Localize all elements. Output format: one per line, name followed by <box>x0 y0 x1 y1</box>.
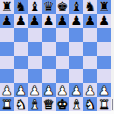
white-king-icon: ♚ <box>57 98 69 111</box>
square-f7[interactable]: ♟ <box>69 14 83 28</box>
square-f4[interactable] <box>69 56 83 70</box>
square-h1[interactable]: ♜ <box>97 97 111 111</box>
square-e4[interactable] <box>56 56 70 70</box>
black-rook-icon: ♜ <box>98 0 110 13</box>
square-f8[interactable]: ♝ <box>69 0 83 14</box>
square-d1[interactable]: ♛ <box>42 97 56 111</box>
white-bishop-icon: ♝ <box>70 98 82 111</box>
square-g2[interactable]: ♟ <box>83 83 97 97</box>
square-h3[interactable] <box>97 69 111 83</box>
square-f5[interactable] <box>69 42 83 56</box>
square-f2[interactable]: ♟ <box>69 83 83 97</box>
black-pawn-icon: ♟ <box>43 14 55 27</box>
white-bishop-icon: ♝ <box>29 98 41 111</box>
square-h6[interactable] <box>97 28 111 42</box>
square-e6[interactable] <box>56 28 70 42</box>
square-a5[interactable] <box>0 42 14 56</box>
window-edge-mark <box>112 99 113 110</box>
square-e8[interactable]: ♚ <box>56 0 70 14</box>
white-pawn-icon: ♟ <box>70 84 82 97</box>
square-f6[interactable] <box>69 28 83 42</box>
black-pawn-icon: ♟ <box>70 14 82 27</box>
square-b1[interactable]: ♞ <box>14 97 28 111</box>
square-d6[interactable] <box>42 28 56 42</box>
white-rook-icon: ♜ <box>98 98 110 111</box>
square-c5[interactable] <box>28 42 42 56</box>
square-d3[interactable] <box>42 69 56 83</box>
black-king-icon: ♚ <box>57 0 69 13</box>
white-rook-icon: ♜ <box>1 98 13 111</box>
white-queen-icon: ♛ <box>43 98 55 111</box>
black-pawn-icon: ♟ <box>84 14 96 27</box>
square-h7[interactable]: ♟ <box>97 14 111 28</box>
square-a1[interactable]: ♜ <box>0 97 14 111</box>
square-c2[interactable]: ♟ <box>28 83 42 97</box>
black-pawn-icon: ♟ <box>29 14 41 27</box>
white-pawn-icon: ♟ <box>57 84 69 97</box>
white-pawn-icon: ♟ <box>98 84 110 97</box>
black-knight-icon: ♞ <box>15 0 27 13</box>
square-a2[interactable]: ♟ <box>0 83 14 97</box>
square-d7[interactable]: ♟ <box>42 14 56 28</box>
square-g5[interactable] <box>83 42 97 56</box>
square-e3[interactable] <box>56 69 70 83</box>
square-c8[interactable]: ♝ <box>28 0 42 14</box>
white-pawn-icon: ♟ <box>15 84 27 97</box>
black-pawn-icon: ♟ <box>15 14 27 27</box>
square-a8[interactable]: ♜ <box>0 0 14 14</box>
square-g3[interactable] <box>83 69 97 83</box>
square-a7[interactable]: ♟ <box>0 14 14 28</box>
white-pawn-icon: ♟ <box>84 84 96 97</box>
black-queen-icon: ♛ <box>43 0 55 13</box>
square-c1[interactable]: ♝ <box>28 97 42 111</box>
square-a3[interactable] <box>0 69 14 83</box>
square-e5[interactable] <box>56 42 70 56</box>
black-knight-icon: ♞ <box>84 0 96 13</box>
square-b3[interactable] <box>14 69 28 83</box>
square-g8[interactable]: ♞ <box>83 0 97 14</box>
square-e2[interactable]: ♟ <box>56 83 70 97</box>
white-pawn-icon: ♟ <box>43 84 55 97</box>
square-a4[interactable] <box>0 56 14 70</box>
square-b5[interactable] <box>14 42 28 56</box>
square-d5[interactable] <box>42 42 56 56</box>
square-a6[interactable] <box>0 28 14 42</box>
black-pawn-icon: ♟ <box>57 14 69 27</box>
black-pawn-icon: ♟ <box>98 14 110 27</box>
white-pawn-icon: ♟ <box>1 84 13 97</box>
square-c7[interactable]: ♟ <box>28 14 42 28</box>
square-h4[interactable] <box>97 56 111 70</box>
square-e1[interactable]: ♚ <box>56 97 70 111</box>
square-h8[interactable]: ♜ <box>97 0 111 14</box>
black-bishop-icon: ♝ <box>70 0 82 13</box>
square-e7[interactable]: ♟ <box>56 14 70 28</box>
square-c6[interactable] <box>28 28 42 42</box>
square-h2[interactable]: ♟ <box>97 83 111 97</box>
square-g1[interactable]: ♞ <box>83 97 97 111</box>
square-g7[interactable]: ♟ <box>83 14 97 28</box>
square-d8[interactable]: ♛ <box>42 0 56 14</box>
white-pawn-icon: ♟ <box>29 84 41 97</box>
square-d2[interactable]: ♟ <box>42 83 56 97</box>
square-b6[interactable] <box>14 28 28 42</box>
square-g4[interactable] <box>83 56 97 70</box>
square-f1[interactable]: ♝ <box>69 97 83 111</box>
square-h5[interactable] <box>97 42 111 56</box>
square-b2[interactable]: ♟ <box>14 83 28 97</box>
window-right-margin <box>111 0 114 114</box>
window-bottom-margin <box>0 111 114 114</box>
square-c4[interactable] <box>28 56 42 70</box>
square-c3[interactable] <box>28 69 42 83</box>
black-pawn-icon: ♟ <box>1 14 13 27</box>
black-rook-icon: ♜ <box>1 0 13 13</box>
square-b7[interactable]: ♟ <box>14 14 28 28</box>
white-knight-icon: ♞ <box>15 98 27 111</box>
chess-board: ♜♞♝♛♚♝♞♜♟♟♟♟♟♟♟♟♟♟♟♟♟♟♟♟♜♞♝♛♚♝♞♜ <box>0 0 111 111</box>
square-d4[interactable] <box>42 56 56 70</box>
square-b8[interactable]: ♞ <box>14 0 28 14</box>
square-f3[interactable] <box>69 69 83 83</box>
square-b4[interactable] <box>14 56 28 70</box>
black-bishop-icon: ♝ <box>29 0 41 13</box>
white-knight-icon: ♞ <box>84 98 96 111</box>
square-g6[interactable] <box>83 28 97 42</box>
chess-app-window: ♜♞♝♛♚♝♞♜♟♟♟♟♟♟♟♟♟♟♟♟♟♟♟♟♜♞♝♛♚♝♞♜ <box>0 0 114 114</box>
